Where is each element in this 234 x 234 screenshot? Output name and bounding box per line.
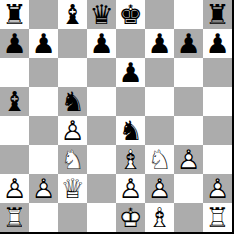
- square-c6[interactable]: [58, 58, 87, 87]
- square-h8[interactable]: ♜: [203, 0, 232, 29]
- white-knight-icon: ♞♘: [58, 145, 87, 174]
- black-pawn-icon: ♟: [29, 29, 58, 58]
- white-pawn-icon: ♟♙: [29, 174, 58, 203]
- square-a5[interactable]: ♝: [0, 87, 29, 116]
- white-pawn-icon-fill: ♟: [174, 145, 203, 174]
- white-rook-icon-outline: ♖: [203, 203, 232, 232]
- square-d8[interactable]: ♛: [87, 0, 116, 29]
- square-d4[interactable]: [87, 116, 116, 145]
- square-h2[interactable]: ♟♙: [203, 174, 232, 203]
- white-pawn-icon: ♟♙: [203, 174, 232, 203]
- square-e4[interactable]: ♞: [116, 116, 145, 145]
- black-rook-icon: ♜: [203, 0, 232, 29]
- white-pawn-icon: ♟♙: [0, 174, 29, 203]
- white-queen-icon-outline: ♕: [58, 174, 87, 203]
- square-c4[interactable]: ♟♙: [58, 116, 87, 145]
- square-e2[interactable]: ♟♙: [116, 174, 145, 203]
- square-g4[interactable]: [174, 116, 203, 145]
- square-c2[interactable]: ♛♕: [58, 174, 87, 203]
- white-pawn-icon-fill: ♟: [116, 174, 145, 203]
- black-queen-icon: ♛: [87, 0, 116, 29]
- white-pawn-icon: ♟♙: [116, 174, 145, 203]
- white-knight-icon-fill: ♞: [58, 145, 87, 174]
- black-pawn-icon: ♟: [203, 29, 232, 58]
- white-pawn-icon: ♟♙: [145, 174, 174, 203]
- square-h1[interactable]: ♜♖: [203, 203, 232, 232]
- square-c1[interactable]: [58, 203, 87, 232]
- white-knight-icon-fill: ♞: [145, 145, 174, 174]
- square-d2[interactable]: [87, 174, 116, 203]
- white-pawn-icon-outline: ♙: [174, 145, 203, 174]
- black-king-icon: ♚: [116, 0, 145, 29]
- square-f4[interactable]: [145, 116, 174, 145]
- square-e5[interactable]: [116, 87, 145, 116]
- white-rook-icon-fill: ♜: [0, 203, 29, 232]
- square-d5[interactable]: [87, 87, 116, 116]
- square-g5[interactable]: [174, 87, 203, 116]
- chess-board-grid: ♜♝♛♚♜♟♟♟♟♟♟♟♝♞♟♙♞♞♘♝♗♞♘♟♙♟♙♟♙♛♕♟♙♟♙♟♙♜♖♚…: [0, 0, 232, 232]
- square-a6[interactable]: [0, 58, 29, 87]
- square-b1[interactable]: [29, 203, 58, 232]
- square-b5[interactable]: [29, 87, 58, 116]
- square-g7[interactable]: ♟: [174, 29, 203, 58]
- black-pawn-icon: ♟: [87, 29, 116, 58]
- white-bishop-icon-outline: ♗: [116, 145, 145, 174]
- square-a3[interactable]: [0, 145, 29, 174]
- square-c8[interactable]: ♝: [58, 0, 87, 29]
- square-f8[interactable]: [145, 0, 174, 29]
- square-b2[interactable]: ♟♙: [29, 174, 58, 203]
- square-d3[interactable]: [87, 145, 116, 174]
- black-pawn-icon: ♟: [0, 29, 29, 58]
- square-a7[interactable]: ♟: [0, 29, 29, 58]
- black-pawn-icon: ♟: [174, 29, 203, 58]
- white-king-icon-fill: ♚: [116, 203, 145, 232]
- square-e7[interactable]: [116, 29, 145, 58]
- square-g1[interactable]: [174, 203, 203, 232]
- square-a2[interactable]: ♟♙: [0, 174, 29, 203]
- white-rook-icon: ♜♖: [203, 203, 232, 232]
- white-pawn-icon: ♟♙: [58, 116, 87, 145]
- square-f1[interactable]: ♝♗: [145, 203, 174, 232]
- white-pawn-icon-fill: ♟: [29, 174, 58, 203]
- white-rook-icon: ♜♖: [0, 203, 29, 232]
- square-g3[interactable]: ♟♙: [174, 145, 203, 174]
- white-pawn-icon: ♟♙: [174, 145, 203, 174]
- chess-board: ♜♝♛♚♜♟♟♟♟♟♟♟♝♞♟♙♞♞♘♝♗♞♘♟♙♟♙♟♙♛♕♟♙♟♙♟♙♜♖♚…: [0, 0, 234, 234]
- white-pawn-icon-outline: ♙: [58, 116, 87, 145]
- white-bishop-icon-fill: ♝: [145, 203, 174, 232]
- white-knight-icon-outline: ♘: [145, 145, 174, 174]
- white-bishop-icon: ♝♗: [145, 203, 174, 232]
- black-pawn-icon: ♟: [116, 58, 145, 87]
- black-rook-icon: ♜: [0, 0, 29, 29]
- square-b3[interactable]: [29, 145, 58, 174]
- square-f7[interactable]: ♟: [145, 29, 174, 58]
- square-c5[interactable]: ♞: [58, 87, 87, 116]
- white-bishop-icon-fill: ♝: [116, 145, 145, 174]
- square-b7[interactable]: ♟: [29, 29, 58, 58]
- square-c3[interactable]: ♞♘: [58, 145, 87, 174]
- black-bishop-icon: ♝: [58, 0, 87, 29]
- white-pawn-icon-outline: ♙: [0, 174, 29, 203]
- square-g6[interactable]: [174, 58, 203, 87]
- square-g8[interactable]: [174, 0, 203, 29]
- square-h5[interactable]: [203, 87, 232, 116]
- square-f6[interactable]: [145, 58, 174, 87]
- square-h7[interactable]: ♟: [203, 29, 232, 58]
- black-knight-icon: ♞: [58, 87, 87, 116]
- black-bishop-icon: ♝: [0, 87, 29, 116]
- square-e6[interactable]: ♟: [116, 58, 145, 87]
- white-bishop-icon: ♝♗: [116, 145, 145, 174]
- white-pawn-icon-fill: ♟: [203, 174, 232, 203]
- square-h6[interactable]: [203, 58, 232, 87]
- white-rook-icon-fill: ♜: [203, 203, 232, 232]
- square-c7[interactable]: [58, 29, 87, 58]
- white-pawn-icon-outline: ♙: [116, 174, 145, 203]
- white-pawn-icon-outline: ♙: [145, 174, 174, 203]
- square-f2[interactable]: ♟♙: [145, 174, 174, 203]
- white-queen-icon: ♛♕: [58, 174, 87, 203]
- white-king-icon: ♚♔: [116, 203, 145, 232]
- square-e3[interactable]: ♝♗: [116, 145, 145, 174]
- black-pawn-icon: ♟: [145, 29, 174, 58]
- square-d6[interactable]: [87, 58, 116, 87]
- white-pawn-icon-fill: ♟: [0, 174, 29, 203]
- square-d7[interactable]: ♟: [87, 29, 116, 58]
- white-bishop-icon-outline: ♗: [145, 203, 174, 232]
- square-h3[interactable]: [203, 145, 232, 174]
- white-pawn-icon-outline: ♙: [203, 174, 232, 203]
- square-f5[interactable]: [145, 87, 174, 116]
- black-knight-icon: ♞: [116, 116, 145, 145]
- square-a4[interactable]: [0, 116, 29, 145]
- square-b8[interactable]: [29, 0, 58, 29]
- white-king-icon-outline: ♔: [116, 203, 145, 232]
- white-rook-icon-outline: ♖: [0, 203, 29, 232]
- white-knight-icon-outline: ♘: [58, 145, 87, 174]
- square-f3[interactable]: ♞♘: [145, 145, 174, 174]
- white-pawn-icon-fill: ♟: [58, 116, 87, 145]
- white-pawn-icon-outline: ♙: [29, 174, 58, 203]
- square-e1[interactable]: ♚♔: [116, 203, 145, 232]
- square-b6[interactable]: [29, 58, 58, 87]
- white-queen-icon-fill: ♛: [58, 174, 87, 203]
- square-d1[interactable]: [87, 203, 116, 232]
- square-a1[interactable]: ♜♖: [0, 203, 29, 232]
- square-h4[interactable]: [203, 116, 232, 145]
- square-a8[interactable]: ♜: [0, 0, 29, 29]
- square-g2[interactable]: [174, 174, 203, 203]
- square-e8[interactable]: ♚: [116, 0, 145, 29]
- white-pawn-icon-fill: ♟: [145, 174, 174, 203]
- white-knight-icon: ♞♘: [145, 145, 174, 174]
- square-b4[interactable]: [29, 116, 58, 145]
